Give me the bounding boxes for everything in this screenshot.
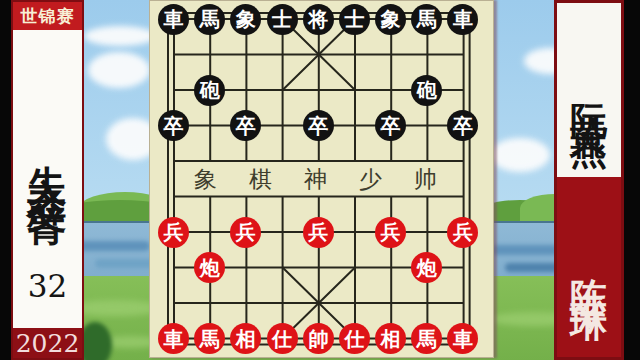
cloud-icon xyxy=(88,52,150,88)
piece-red-兵[interactable]: 兵 xyxy=(375,217,406,248)
piece-black-象[interactable]: 象 xyxy=(230,4,261,35)
left-black-strip xyxy=(0,0,11,360)
piece-red-炮[interactable]: 炮 xyxy=(411,252,442,283)
video-frame: 世锦赛 失之交臂 32 2022 阮黄燕 陈幸琳 象棋神少帅 xyxy=(0,0,640,360)
piece-black-車[interactable]: 車 xyxy=(447,4,478,35)
piece-red-相[interactable]: 相 xyxy=(375,323,406,354)
piece-red-兵[interactable]: 兵 xyxy=(447,217,478,248)
xiangqi-board: 象棋神少帅 車馬象士将士象馬車砲砲卒卒卒卒卒兵兵兵兵兵炮炮車馬相仕帥仕相馬車 xyxy=(149,0,494,358)
pieces-layer: 車馬象士将士象馬車砲砲卒卒卒卒卒兵兵兵兵兵炮炮車馬相仕帥仕相馬車 xyxy=(155,1,481,356)
year-label: 2022 xyxy=(13,328,82,358)
piece-red-兵[interactable]: 兵 xyxy=(303,217,334,248)
piece-black-卒[interactable]: 卒 xyxy=(447,110,478,141)
piece-black-砲[interactable]: 砲 xyxy=(194,75,225,106)
piece-black-将[interactable]: 将 xyxy=(303,4,334,35)
piece-black-士[interactable]: 士 xyxy=(267,4,298,35)
event-label: 世锦赛 xyxy=(13,2,82,30)
piece-black-卒[interactable]: 卒 xyxy=(375,110,406,141)
piece-black-馬[interactable]: 馬 xyxy=(194,4,225,35)
piece-black-卒[interactable]: 卒 xyxy=(303,110,334,141)
episode-title: 失之交臂 xyxy=(20,30,75,269)
piece-red-帥[interactable]: 帥 xyxy=(303,323,334,354)
players-banner: 阮黄燕 陈幸琳 xyxy=(554,0,624,360)
piece-red-兵[interactable]: 兵 xyxy=(230,217,261,248)
piece-red-相[interactable]: 相 xyxy=(230,323,261,354)
piece-red-仕[interactable]: 仕 xyxy=(267,323,298,354)
red-player-name: 陈幸琳 xyxy=(557,177,621,357)
piece-red-仕[interactable]: 仕 xyxy=(339,323,370,354)
piece-red-兵[interactable]: 兵 xyxy=(158,217,189,248)
piece-black-車[interactable]: 車 xyxy=(158,4,189,35)
piece-black-馬[interactable]: 馬 xyxy=(411,4,442,35)
black-player-name: 阮黄燕 xyxy=(557,3,621,177)
piece-red-馬[interactable]: 馬 xyxy=(194,323,225,354)
piece-black-卒[interactable]: 卒 xyxy=(158,110,189,141)
right-black-strip xyxy=(624,0,640,360)
piece-red-炮[interactable]: 炮 xyxy=(194,252,225,283)
cloud-icon xyxy=(84,26,156,46)
piece-red-車[interactable]: 車 xyxy=(158,323,189,354)
cloud-icon xyxy=(490,138,550,172)
piece-black-卒[interactable]: 卒 xyxy=(230,110,261,141)
piece-red-馬[interactable]: 馬 xyxy=(411,323,442,354)
piece-black-象[interactable]: 象 xyxy=(375,4,406,35)
episode-number: 32 xyxy=(28,271,67,302)
piece-black-士[interactable]: 士 xyxy=(339,4,370,35)
piece-red-車[interactable]: 車 xyxy=(447,323,478,354)
piece-black-砲[interactable]: 砲 xyxy=(411,75,442,106)
left-caption-banner: 世锦赛 失之交臂 32 2022 xyxy=(11,0,84,360)
